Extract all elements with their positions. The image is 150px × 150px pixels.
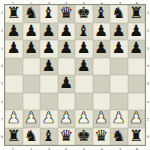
coord-label: 6 bbox=[96, 147, 107, 150]
square-a3[interactable] bbox=[5, 93, 23, 111]
coord-label: 3 bbox=[1, 43, 3, 53]
square-h3[interactable] bbox=[128, 93, 146, 111]
black-pawn: ♟ bbox=[77, 58, 91, 74]
square-b5[interactable] bbox=[23, 58, 41, 76]
coord-label: 1 bbox=[1, 8, 3, 18]
square-b3[interactable] bbox=[23, 93, 41, 111]
square-g3[interactable] bbox=[110, 93, 128, 111]
coord-label: 3 bbox=[147, 43, 149, 53]
square-h8[interactable]: ♜ bbox=[128, 5, 146, 23]
black-queen: ♛ bbox=[94, 128, 108, 144]
square-f7[interactable]: ♟ bbox=[93, 23, 111, 41]
square-a5[interactable] bbox=[5, 58, 23, 76]
coord-label: 3 bbox=[43, 147, 54, 150]
square-a4[interactable] bbox=[5, 75, 23, 93]
square-g2[interactable]: ♟ bbox=[110, 110, 128, 128]
square-b1[interactable]: ♞ bbox=[23, 128, 41, 146]
square-g5[interactable] bbox=[110, 58, 128, 76]
square-a1[interactable]: ♜ bbox=[5, 128, 23, 146]
coord-label: 2 bbox=[25, 147, 36, 150]
square-b4[interactable] bbox=[23, 75, 41, 93]
chess-board: ♜♞♝♛♚♝♞♜♟♟♟♟♝♟♟♟♟♟♟♟♟♟♟♟♟♟♟♟♟♟♟♟♟♟♟♜♞♝♛♚… bbox=[4, 4, 146, 146]
black-pawn: ♟ bbox=[77, 41, 91, 57]
black-knight: ♞ bbox=[112, 6, 126, 22]
square-d8[interactable]: ♛ bbox=[58, 5, 76, 23]
black-queen: ♛ bbox=[59, 128, 73, 144]
black-knight: ♞ bbox=[112, 128, 126, 144]
square-a6[interactable]: ♟ bbox=[5, 40, 23, 58]
black-pawn: ♟ bbox=[42, 58, 56, 74]
square-h5[interactable] bbox=[128, 58, 146, 76]
coord-label: 8 bbox=[132, 147, 143, 150]
black-pawn: ♟ bbox=[112, 23, 126, 39]
coord-label: 1 bbox=[147, 8, 149, 18]
coord-label: 2 bbox=[147, 26, 149, 36]
black-pawn: ♟ bbox=[7, 23, 21, 39]
black-rook: ♜ bbox=[7, 6, 21, 22]
black-pawn: ♟ bbox=[112, 41, 126, 57]
square-f6[interactable]: ♟ bbox=[93, 40, 111, 58]
file-labels-bottom: 12345678 bbox=[4, 146, 146, 150]
black-bishop: ♝ bbox=[42, 128, 56, 144]
black-rook: ♜ bbox=[7, 128, 21, 144]
square-f3[interactable] bbox=[93, 93, 111, 111]
black-bishop: ♝ bbox=[42, 6, 56, 22]
black-king: ♚ bbox=[77, 128, 91, 144]
black-pawn: ♟ bbox=[129, 23, 143, 39]
black-bishop: ♝ bbox=[77, 23, 91, 39]
square-g1[interactable]: ♞ bbox=[110, 128, 128, 146]
coord-label: 4 bbox=[1, 61, 3, 71]
square-f5[interactable] bbox=[93, 58, 111, 76]
square-h1[interactable]: ♜ bbox=[128, 128, 146, 146]
square-f1[interactable]: ♛ bbox=[93, 128, 111, 146]
white-pawn: ♟ bbox=[42, 111, 56, 127]
white-pawn: ♟ bbox=[129, 111, 143, 127]
coord-label: 1 bbox=[7, 147, 18, 150]
square-f4[interactable] bbox=[93, 75, 111, 93]
square-e2[interactable]: ♟ bbox=[75, 110, 93, 128]
black-pawn: ♟ bbox=[129, 41, 143, 57]
square-h2[interactable]: ♟ bbox=[128, 110, 146, 128]
black-pawn: ♟ bbox=[42, 23, 56, 39]
square-e1[interactable]: ♚ bbox=[75, 128, 93, 146]
square-e3[interactable] bbox=[75, 93, 93, 111]
square-b2[interactable]: ♟ bbox=[23, 110, 41, 128]
black-pawn: ♟ bbox=[24, 41, 38, 57]
coord-label: 8 bbox=[147, 132, 149, 142]
square-d7[interactable]: ♟ bbox=[58, 23, 76, 41]
black-rook: ♜ bbox=[129, 6, 143, 22]
square-c3[interactable] bbox=[40, 93, 58, 111]
white-pawn: ♟ bbox=[59, 111, 73, 127]
square-d1[interactable]: ♛ bbox=[58, 128, 76, 146]
square-g8[interactable]: ♞ bbox=[110, 5, 128, 23]
white-pawn: ♟ bbox=[112, 111, 126, 127]
square-b7[interactable]: ♟ bbox=[23, 23, 41, 41]
square-g7[interactable]: ♟ bbox=[110, 23, 128, 41]
square-b8[interactable]: ♞ bbox=[23, 5, 41, 23]
black-pawn: ♟ bbox=[94, 23, 108, 39]
black-pawn: ♟ bbox=[24, 23, 38, 39]
coord-label: 7 bbox=[147, 114, 149, 124]
square-c1[interactable]: ♝ bbox=[40, 128, 58, 146]
black-rook: ♜ bbox=[129, 128, 143, 144]
square-e6[interactable]: ♟ bbox=[75, 40, 93, 58]
square-d2[interactable]: ♟ bbox=[58, 110, 76, 128]
square-g4[interactable] bbox=[110, 75, 128, 93]
square-d6[interactable]: ♟ bbox=[58, 40, 76, 58]
coord-label: 7 bbox=[114, 147, 125, 150]
black-pawn: ♟ bbox=[59, 76, 73, 92]
square-e8[interactable]: ♚ bbox=[75, 5, 93, 23]
black-bishop: ♝ bbox=[94, 6, 108, 22]
square-c4[interactable] bbox=[40, 75, 58, 93]
square-h4[interactable] bbox=[128, 75, 146, 93]
square-c6[interactable]: ♟ bbox=[40, 40, 58, 58]
coord-label: 5 bbox=[1, 79, 3, 89]
rank-labels-right: 12345678 bbox=[146, 4, 150, 146]
coord-label: 6 bbox=[147, 97, 149, 107]
square-f8[interactable]: ♝ bbox=[93, 5, 111, 23]
square-d5[interactable] bbox=[58, 58, 76, 76]
coord-label: 4 bbox=[61, 147, 72, 150]
square-d4[interactable]: ♟ bbox=[58, 75, 76, 93]
white-pawn: ♟ bbox=[24, 111, 38, 127]
square-b6[interactable]: ♟ bbox=[23, 40, 41, 58]
square-c7[interactable]: ♟ bbox=[40, 23, 58, 41]
square-e4[interactable] bbox=[75, 75, 93, 93]
black-knight: ♞ bbox=[24, 6, 38, 22]
square-a2[interactable]: ♟ bbox=[5, 110, 23, 128]
black-queen: ♛ bbox=[59, 6, 73, 22]
square-e5[interactable]: ♟ bbox=[75, 58, 93, 76]
chess-diagram: 12345678 12345678 12345678 ♜♞♝♛♚♝♞♜♟♟♟♟♝… bbox=[0, 0, 150, 150]
coord-label: 6 bbox=[1, 97, 3, 107]
black-pawn: ♟ bbox=[7, 41, 21, 57]
square-h7[interactable]: ♟ bbox=[128, 23, 146, 41]
white-pawn: ♟ bbox=[94, 111, 108, 127]
black-pawn: ♟ bbox=[94, 41, 108, 57]
black-pawn: ♟ bbox=[59, 41, 73, 57]
square-c8[interactable]: ♝ bbox=[40, 5, 58, 23]
square-c2[interactable]: ♟ bbox=[40, 110, 58, 128]
coord-label: 8 bbox=[1, 132, 3, 142]
white-pawn: ♟ bbox=[7, 111, 21, 127]
black-king: ♚ bbox=[77, 6, 91, 22]
coord-label: 5 bbox=[147, 79, 149, 89]
square-d3[interactable] bbox=[58, 93, 76, 111]
square-a8[interactable]: ♜ bbox=[5, 5, 23, 23]
white-pawn: ♟ bbox=[77, 111, 91, 127]
square-g6[interactable]: ♟ bbox=[110, 40, 128, 58]
square-c5[interactable]: ♟ bbox=[40, 58, 58, 76]
black-pawn: ♟ bbox=[42, 41, 56, 57]
square-h6[interactable]: ♟ bbox=[128, 40, 146, 58]
coord-label: 4 bbox=[147, 61, 149, 71]
square-f2[interactable]: ♟ bbox=[93, 110, 111, 128]
black-knight: ♞ bbox=[24, 128, 38, 144]
coord-label: 5 bbox=[78, 147, 89, 150]
coord-label: 2 bbox=[1, 26, 3, 36]
square-e7[interactable]: ♝ bbox=[75, 23, 93, 41]
coord-label: 7 bbox=[1, 114, 3, 124]
black-pawn: ♟ bbox=[59, 23, 73, 39]
square-a7[interactable]: ♟ bbox=[5, 23, 23, 41]
